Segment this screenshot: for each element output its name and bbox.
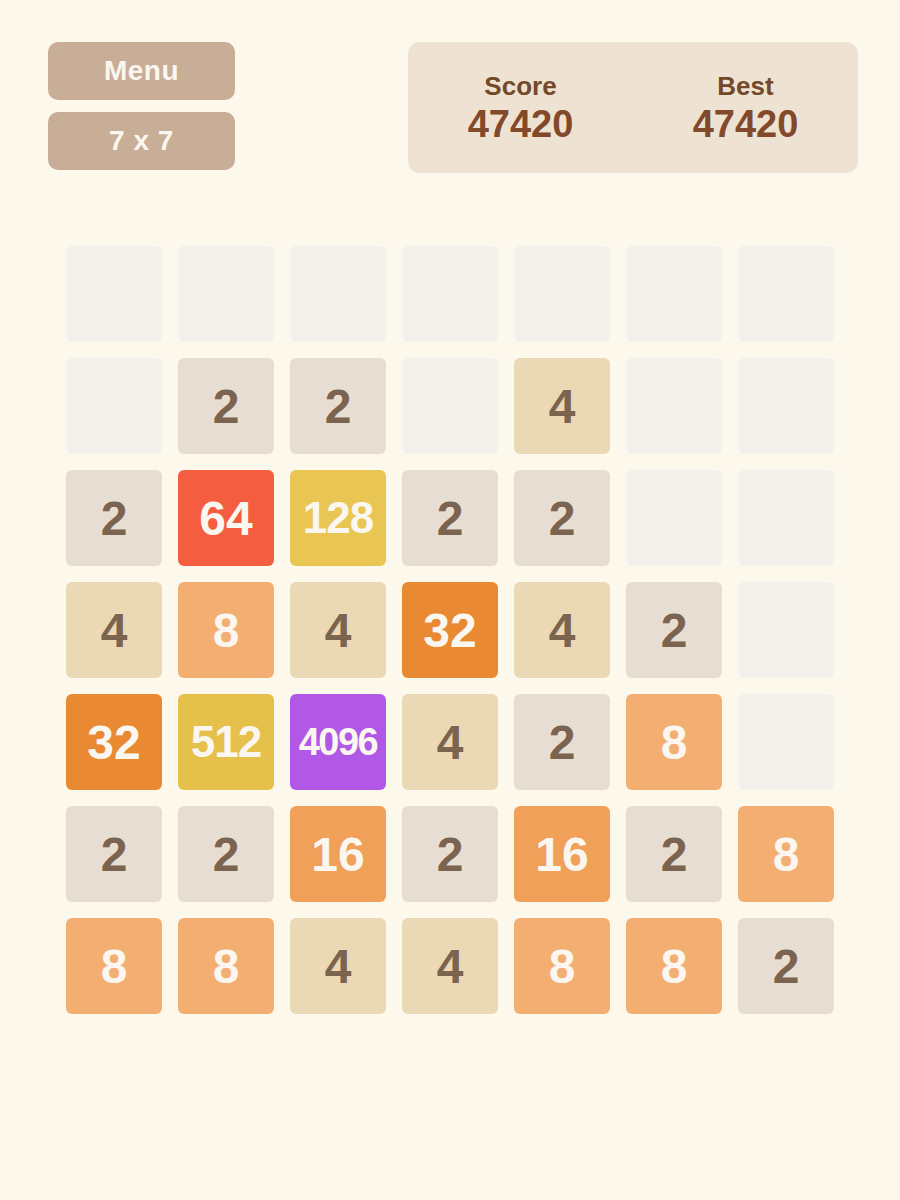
empty-cell <box>402 358 498 454</box>
tile-16: 16 <box>514 806 610 902</box>
empty-cell <box>626 470 722 566</box>
tile-2: 2 <box>290 358 386 454</box>
tile-8: 8 <box>626 694 722 790</box>
tile-2: 2 <box>178 358 274 454</box>
tile-8: 8 <box>178 582 274 678</box>
tile-4: 4 <box>402 918 498 1014</box>
empty-cell <box>66 358 162 454</box>
tile-8: 8 <box>178 918 274 1014</box>
tile-4096: 4096 <box>290 694 386 790</box>
best-stat: Best 47420 <box>633 71 858 145</box>
score-stat: Score 47420 <box>408 71 633 145</box>
tile-2: 2 <box>402 806 498 902</box>
empty-cell <box>290 246 386 342</box>
empty-cell <box>738 470 834 566</box>
tile-16: 16 <box>290 806 386 902</box>
tile-4: 4 <box>514 582 610 678</box>
tile-4: 4 <box>290 918 386 1014</box>
tile-2: 2 <box>66 470 162 566</box>
best-value: 47420 <box>693 103 799 145</box>
tile-8: 8 <box>66 918 162 1014</box>
tile-2: 2 <box>402 470 498 566</box>
board-size-button[interactable]: 7 x 7 <box>48 112 235 170</box>
tile-8: 8 <box>514 918 610 1014</box>
tile-2: 2 <box>66 806 162 902</box>
tile-8: 8 <box>626 918 722 1014</box>
empty-cell <box>514 246 610 342</box>
tile-2: 2 <box>514 470 610 566</box>
empty-cell <box>738 246 834 342</box>
empty-cell <box>738 694 834 790</box>
empty-cell <box>178 246 274 342</box>
tile-2: 2 <box>514 694 610 790</box>
tile-4: 4 <box>402 694 498 790</box>
empty-cell <box>738 582 834 678</box>
score-panel: Score 47420 Best 47420 <box>408 42 858 173</box>
tile-2: 2 <box>738 918 834 1014</box>
game-screen: Menu 7 x 7 Score 47420 Best 47420 224264… <box>0 0 900 1200</box>
menu-button[interactable]: Menu <box>48 42 235 100</box>
tile-2: 2 <box>626 582 722 678</box>
tile-512: 512 <box>178 694 274 790</box>
tile-4: 4 <box>514 358 610 454</box>
tile-8: 8 <box>738 806 834 902</box>
score-label: Score <box>484 71 556 101</box>
tile-4: 4 <box>66 582 162 678</box>
score-value: 47420 <box>468 103 574 145</box>
tile-32: 32 <box>66 694 162 790</box>
empty-cell <box>626 246 722 342</box>
board-grid[interactable]: 2242641282248432423251240964282216216288… <box>66 246 834 1014</box>
empty-cell <box>626 358 722 454</box>
empty-cell <box>738 358 834 454</box>
empty-cell <box>66 246 162 342</box>
tile-128: 128 <box>290 470 386 566</box>
tile-2: 2 <box>178 806 274 902</box>
tile-4: 4 <box>290 582 386 678</box>
best-label: Best <box>717 71 773 101</box>
empty-cell <box>402 246 498 342</box>
tile-64: 64 <box>178 470 274 566</box>
tile-32: 32 <box>402 582 498 678</box>
tile-2: 2 <box>626 806 722 902</box>
